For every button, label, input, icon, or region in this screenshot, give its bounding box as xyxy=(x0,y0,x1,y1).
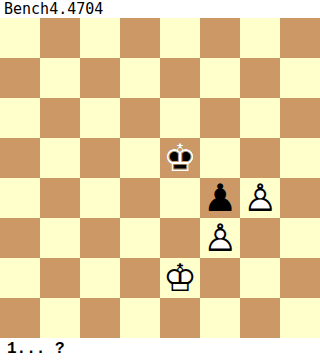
piece-white-king-outline: ♔ xyxy=(160,258,200,298)
square-c4[interactable] xyxy=(80,178,120,218)
square-a4[interactable] xyxy=(0,178,40,218)
piece-white-pawn-outline: ♙ xyxy=(240,178,280,218)
square-a2[interactable] xyxy=(0,258,40,298)
square-b3[interactable] xyxy=(40,218,80,258)
square-b2[interactable] xyxy=(40,258,80,298)
piece-black-pawn[interactable]: ♟ xyxy=(200,178,240,218)
square-e4[interactable] xyxy=(160,178,200,218)
square-e8[interactable] xyxy=(160,18,200,58)
square-e6[interactable] xyxy=(160,98,200,138)
square-h1[interactable] xyxy=(280,298,320,338)
square-c2[interactable] xyxy=(80,258,120,298)
title-bar: Bench4.4704 xyxy=(0,0,320,18)
square-b8[interactable] xyxy=(40,18,80,58)
square-g2[interactable] xyxy=(240,258,280,298)
square-a7[interactable] xyxy=(0,58,40,98)
square-b6[interactable] xyxy=(40,98,80,138)
square-h4[interactable] xyxy=(280,178,320,218)
square-c8[interactable] xyxy=(80,18,120,58)
square-g5[interactable] xyxy=(240,138,280,178)
square-h8[interactable] xyxy=(280,18,320,58)
piece-white-king[interactable]: ♚♔ xyxy=(160,258,200,298)
square-e1[interactable] xyxy=(160,298,200,338)
piece-black-king-fill: ♚ xyxy=(160,138,200,178)
square-f5[interactable] xyxy=(200,138,240,178)
square-a6[interactable] xyxy=(0,98,40,138)
square-e2[interactable]: ♚♔ xyxy=(160,258,200,298)
square-b4[interactable] xyxy=(40,178,80,218)
square-e3[interactable] xyxy=(160,218,200,258)
square-a5[interactable] xyxy=(0,138,40,178)
square-c6[interactable] xyxy=(80,98,120,138)
square-d4[interactable] xyxy=(120,178,160,218)
status-bar: 1... ? xyxy=(0,338,320,360)
square-b5[interactable] xyxy=(40,138,80,178)
piece-black-king-outline: ♔ xyxy=(160,138,200,178)
piece-white-pawn-fill: ♟ xyxy=(200,218,240,258)
square-g7[interactable] xyxy=(240,58,280,98)
square-c3[interactable] xyxy=(80,218,120,258)
square-a1[interactable] xyxy=(0,298,40,338)
square-h3[interactable] xyxy=(280,218,320,258)
square-f3[interactable]: ♟♙ xyxy=(200,218,240,258)
window-title: Bench4.4704 xyxy=(4,0,103,18)
square-h5[interactable] xyxy=(280,138,320,178)
square-h6[interactable] xyxy=(280,98,320,138)
square-f2[interactable] xyxy=(200,258,240,298)
square-e7[interactable] xyxy=(160,58,200,98)
square-c5[interactable] xyxy=(80,138,120,178)
piece-black-king[interactable]: ♚♔ xyxy=(160,138,200,178)
square-d8[interactable] xyxy=(120,18,160,58)
square-c1[interactable] xyxy=(80,298,120,338)
square-e5[interactable]: ♚♔ xyxy=(160,138,200,178)
piece-white-king-fill: ♚ xyxy=(160,258,200,298)
square-h7[interactable] xyxy=(280,58,320,98)
square-g3[interactable] xyxy=(240,218,280,258)
square-f8[interactable] xyxy=(200,18,240,58)
piece-white-pawn-outline: ♙ xyxy=(200,218,240,258)
square-a8[interactable] xyxy=(0,18,40,58)
square-d7[interactable] xyxy=(120,58,160,98)
square-c7[interactable] xyxy=(80,58,120,98)
square-h2[interactable] xyxy=(280,258,320,298)
square-d6[interactable] xyxy=(120,98,160,138)
piece-white-pawn[interactable]: ♟♙ xyxy=(200,218,240,258)
square-a3[interactable] xyxy=(0,218,40,258)
square-d2[interactable] xyxy=(120,258,160,298)
piece-white-pawn-fill: ♟ xyxy=(240,178,280,218)
chess-board: ♚♔♟♟♙♟♙♚♔ xyxy=(0,18,320,338)
square-g6[interactable] xyxy=(240,98,280,138)
piece-black-pawn-fill: ♟ xyxy=(200,178,240,218)
square-d5[interactable] xyxy=(120,138,160,178)
square-b7[interactable] xyxy=(40,58,80,98)
square-g1[interactable] xyxy=(240,298,280,338)
square-f7[interactable] xyxy=(200,58,240,98)
move-prompt: 1... ? xyxy=(7,338,65,360)
square-d3[interactable] xyxy=(120,218,160,258)
piece-white-pawn[interactable]: ♟♙ xyxy=(240,178,280,218)
square-g8[interactable] xyxy=(240,18,280,58)
square-b1[interactable] xyxy=(40,298,80,338)
square-f1[interactable] xyxy=(200,298,240,338)
square-f6[interactable] xyxy=(200,98,240,138)
square-g4[interactable]: ♟♙ xyxy=(240,178,280,218)
square-d1[interactable] xyxy=(120,298,160,338)
square-f4[interactable]: ♟ xyxy=(200,178,240,218)
